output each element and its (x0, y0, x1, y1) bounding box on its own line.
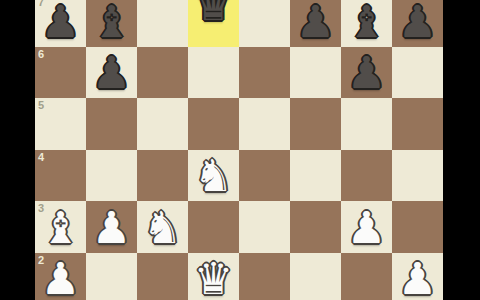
square-g7[interactable]: ♝ (341, 0, 392, 47)
piece-black-queen[interactable]: ♛ (194, 0, 233, 27)
square-d4[interactable]: ♞ (188, 150, 239, 202)
square-c5[interactable] (137, 98, 188, 150)
square-e5[interactable] (239, 98, 290, 150)
square-f4[interactable] (290, 150, 341, 202)
square-d7[interactable]: ♛ (188, 0, 239, 47)
square-a5[interactable]: 5 (35, 98, 86, 150)
square-c4[interactable] (137, 150, 188, 202)
square-h7[interactable]: ♟ (392, 0, 443, 47)
piece-white-pawn[interactable]: ♟ (347, 206, 386, 250)
square-f2[interactable] (290, 253, 341, 300)
square-c6[interactable] (137, 47, 188, 99)
square-g6[interactable]: ♟ (341, 47, 392, 99)
piece-white-pawn[interactable]: ♟ (92, 206, 131, 250)
square-c7[interactable] (137, 0, 188, 47)
rank-label-5: 5 (38, 98, 44, 112)
piece-black-pawn[interactable]: ♟ (41, 0, 80, 44)
piece-black-pawn[interactable]: ♟ (92, 51, 131, 95)
square-h4[interactable] (392, 150, 443, 202)
piece-black-pawn[interactable]: ♟ (347, 51, 386, 95)
square-c2[interactable] (137, 253, 188, 300)
square-g4[interactable] (341, 150, 392, 202)
square-a3[interactable]: 3♝ (35, 201, 86, 253)
square-e3[interactable] (239, 201, 290, 253)
square-h3[interactable] (392, 201, 443, 253)
rank-label-4: 4 (38, 150, 44, 164)
piece-black-bishop[interactable]: ♝ (92, 0, 131, 44)
square-d6[interactable] (188, 47, 239, 99)
piece-black-pawn[interactable]: ♟ (296, 0, 335, 44)
square-e2[interactable] (239, 253, 290, 300)
square-b2[interactable] (86, 253, 137, 300)
square-h6[interactable] (392, 47, 443, 99)
square-e6[interactable] (239, 47, 290, 99)
square-g3[interactable]: ♟ (341, 201, 392, 253)
square-g2[interactable] (341, 253, 392, 300)
square-c3[interactable]: ♞ (137, 201, 188, 253)
square-d5[interactable] (188, 98, 239, 150)
square-b5[interactable] (86, 98, 137, 150)
square-e4[interactable] (239, 150, 290, 202)
piece-black-bishop[interactable]: ♝ (347, 0, 386, 44)
square-f7[interactable]: ♟ (290, 0, 341, 47)
square-h5[interactable] (392, 98, 443, 150)
chess-board: 7♟♝♛♟♝♟6♟♟54♞3♝♟♞♟2♟♛♟ (35, 0, 443, 300)
piece-white-queen[interactable]: ♛ (194, 257, 233, 300)
square-b3[interactable]: ♟ (86, 201, 137, 253)
square-d2[interactable]: ♛ (188, 253, 239, 300)
square-a6[interactable]: 6 (35, 47, 86, 99)
square-b4[interactable] (86, 150, 137, 202)
square-f5[interactable] (290, 98, 341, 150)
square-g5[interactable] (341, 98, 392, 150)
board-viewport: 7♟♝♛♟♝♟6♟♟54♞3♝♟♞♟2♟♛♟ (0, 0, 480, 300)
square-b7[interactable]: ♝ (86, 0, 137, 47)
piece-white-bishop[interactable]: ♝ (41, 206, 80, 250)
square-a4[interactable]: 4 (35, 150, 86, 202)
piece-white-pawn[interactable]: ♟ (398, 257, 437, 300)
square-d3[interactable] (188, 201, 239, 253)
square-e7[interactable] (239, 0, 290, 47)
square-a2[interactable]: 2♟ (35, 253, 86, 300)
piece-black-pawn[interactable]: ♟ (398, 0, 437, 44)
square-f6[interactable] (290, 47, 341, 99)
square-h2[interactable]: ♟ (392, 253, 443, 300)
rank-label-6: 6 (38, 47, 44, 61)
piece-white-pawn[interactable]: ♟ (41, 257, 80, 300)
square-a7[interactable]: 7♟ (35, 0, 86, 47)
square-b6[interactable]: ♟ (86, 47, 137, 99)
piece-white-knight[interactable]: ♞ (143, 206, 182, 250)
square-f3[interactable] (290, 201, 341, 253)
piece-white-knight[interactable]: ♞ (194, 154, 233, 198)
